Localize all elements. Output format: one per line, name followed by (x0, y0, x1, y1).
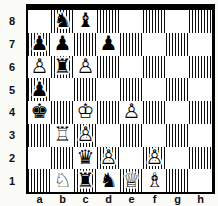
square-e6 (120, 56, 143, 79)
square-c5 (74, 78, 97, 101)
square-f7 (143, 33, 166, 56)
chess-board: ♞♝♟♟♟♙♜♙♟♚♔♙♖♙♛♙♙♘♜♞♕♗ (26, 4, 215, 194)
square-a1 (28, 169, 51, 192)
black-knight: ♞ (100, 170, 118, 190)
black-knight: ♞ (54, 10, 72, 30)
square-a8 (28, 10, 51, 33)
square-c1: ♜ (74, 169, 97, 192)
white-pawn: ♙ (123, 101, 141, 121)
square-a7: ♟ (28, 33, 51, 56)
file-label-f: f (143, 192, 166, 206)
square-c2: ♛ (74, 147, 97, 170)
square-h3 (189, 124, 212, 147)
square-f3 (143, 124, 166, 147)
square-b1: ♘ (51, 169, 74, 192)
square-g4 (166, 101, 189, 124)
square-b4 (51, 101, 74, 124)
black-pawn: ♟ (31, 33, 49, 53)
rank-label-4: 4 (0, 101, 24, 124)
square-c8: ♝ (74, 10, 97, 33)
rank-label-8: 8 (0, 10, 24, 33)
square-f1: ♗ (143, 169, 166, 192)
white-queen: ♕ (123, 170, 141, 190)
square-c6: ♙ (74, 56, 97, 79)
square-e2 (120, 147, 143, 170)
chess-diagram: 87654321 ♞♝♟♟♟♙♜♙♟♚♔♙♖♙♛♙♙♘♜♞♕♗ abcdefgh (0, 0, 218, 206)
rank-label-2: 2 (0, 147, 24, 170)
square-b5 (51, 78, 74, 101)
black-pawn: ♟ (100, 33, 118, 53)
rank-label-1: 1 (0, 169, 24, 192)
square-d1: ♞ (97, 169, 120, 192)
square-c7 (74, 33, 97, 56)
black-rook: ♜ (77, 170, 95, 190)
square-e4: ♙ (120, 101, 143, 124)
black-queen: ♛ (77, 147, 95, 167)
white-pawn: ♙ (100, 147, 118, 167)
square-a4: ♚ (28, 101, 51, 124)
black-pawn: ♟ (31, 79, 49, 99)
square-d5 (97, 78, 120, 101)
square-b6: ♜ (51, 56, 74, 79)
file-label-g: g (166, 192, 189, 206)
rank-label-3: 3 (0, 124, 24, 147)
square-h7 (189, 33, 212, 56)
rank-labels: 87654321 (0, 10, 24, 192)
square-f5 (143, 78, 166, 101)
white-knight: ♘ (54, 170, 72, 190)
file-label-h: h (189, 192, 212, 206)
square-g6 (166, 56, 189, 79)
file-labels: abcdefgh (28, 192, 212, 206)
file-label-d: d (97, 192, 120, 206)
square-a5: ♟ (28, 78, 51, 101)
white-rook: ♖ (54, 124, 72, 144)
white-pawn: ♙ (77, 56, 95, 76)
square-e5 (120, 78, 143, 101)
square-b8: ♞ (51, 10, 74, 33)
square-g5 (166, 78, 189, 101)
square-f8 (143, 10, 166, 33)
square-h1 (189, 169, 212, 192)
square-h5 (189, 78, 212, 101)
rank-label-6: 6 (0, 56, 24, 79)
rank-label-7: 7 (0, 33, 24, 56)
square-g8 (166, 10, 189, 33)
square-c4: ♔ (74, 101, 97, 124)
square-e3 (120, 124, 143, 147)
square-h6 (189, 56, 212, 79)
square-g3 (166, 124, 189, 147)
white-pawn: ♙ (146, 147, 164, 167)
square-h4 (189, 101, 212, 124)
square-b7: ♟ (51, 33, 74, 56)
square-h2 (189, 147, 212, 170)
square-d3 (97, 124, 120, 147)
file-label-c: c (74, 192, 97, 206)
square-b3: ♖ (51, 124, 74, 147)
square-f4 (143, 101, 166, 124)
file-label-a: a (28, 192, 51, 206)
square-d4 (97, 101, 120, 124)
square-e7 (120, 33, 143, 56)
square-b2 (51, 147, 74, 170)
file-label-e: e (120, 192, 143, 206)
black-bishop: ♝ (77, 10, 95, 30)
square-e1: ♕ (120, 169, 143, 192)
square-a3 (28, 124, 51, 147)
square-d2: ♙ (97, 147, 120, 170)
square-d8 (97, 10, 120, 33)
white-bishop: ♗ (146, 170, 164, 190)
file-label-b: b (51, 192, 74, 206)
square-g7 (166, 33, 189, 56)
square-d7: ♟ (97, 33, 120, 56)
square-e8 (120, 10, 143, 33)
square-a2 (28, 147, 51, 170)
black-pawn: ♟ (54, 33, 72, 53)
black-king: ♚ (31, 101, 49, 121)
white-pawn: ♙ (31, 56, 49, 76)
rank-label-5: 5 (0, 78, 24, 101)
square-a6: ♙ (28, 56, 51, 79)
square-h8 (189, 10, 212, 33)
white-king: ♔ (77, 101, 95, 121)
square-f2: ♙ (143, 147, 166, 170)
square-f6 (143, 56, 166, 79)
square-c3: ♙ (74, 124, 97, 147)
square-g1 (166, 169, 189, 192)
white-pawn: ♙ (77, 124, 95, 144)
square-d6 (97, 56, 120, 79)
square-g2 (166, 147, 189, 170)
black-rook: ♜ (54, 56, 72, 76)
